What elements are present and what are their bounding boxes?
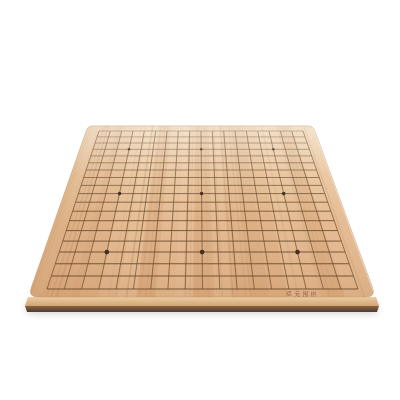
surface-highlight [30, 126, 375, 297]
board-front-face [25, 297, 379, 306]
go-board: 双元围棋 [0, 0, 400, 400]
board-layers [21, 125, 385, 314]
goban-product-photo: 双元围棋 [0, 0, 400, 400]
board-side [25, 297, 379, 312]
board-bottom-lip [25, 306, 379, 312]
maker-stamp-text: 双元围棋 [286, 290, 319, 298]
